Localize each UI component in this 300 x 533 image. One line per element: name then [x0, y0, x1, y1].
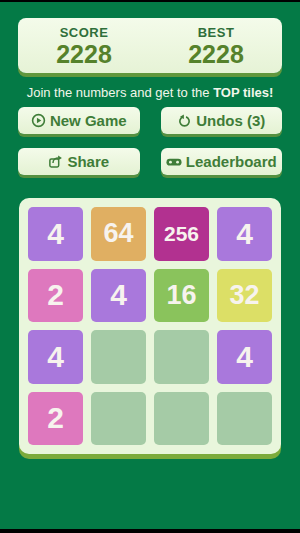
tile-256: 256	[154, 207, 209, 261]
tile-4: 4	[217, 207, 272, 261]
new-game-button[interactable]: New Game	[18, 107, 140, 134]
tagline-bold-text: TOP tiles!	[213, 85, 273, 100]
share-label: Share	[67, 153, 109, 170]
tile-4: 4	[28, 330, 83, 384]
undo-icon	[177, 113, 192, 128]
share-icon	[48, 154, 63, 169]
tagline: Join the numbers and get to the TOP tile…	[0, 85, 300, 100]
empty-cell	[154, 330, 209, 384]
play-circle-icon	[31, 113, 46, 128]
tile-4: 4	[28, 207, 83, 261]
empty-cell	[91, 330, 146, 384]
leaderboard-button[interactable]: Leaderboard	[161, 148, 283, 175]
undos-label: Undos (3)	[196, 112, 265, 129]
score-label: SCORE	[60, 26, 109, 40]
tagline-text: Join the numbers and get to the	[27, 85, 213, 100]
tile-32: 32	[217, 269, 272, 323]
tile-4: 4	[217, 330, 272, 384]
button-grid: New Game Undos (3) Share Leaderboard	[18, 107, 282, 175]
tile-4: 4	[91, 269, 146, 323]
score-panel: SCORE 2228 BEST 2228	[18, 18, 282, 73]
leaderboard-label: Leaderboard	[186, 153, 277, 170]
tile-64: 64	[91, 207, 146, 261]
score-value: 2228	[56, 41, 112, 67]
empty-cell	[154, 392, 209, 446]
gamepad-icon	[166, 156, 182, 168]
empty-cell	[91, 392, 146, 446]
game-board[interactable]: 4642564241632442	[19, 198, 281, 454]
tile-2: 2	[28, 392, 83, 446]
score-box: SCORE 2228	[18, 18, 150, 73]
best-box: BEST 2228	[150, 18, 282, 73]
new-game-label: New Game	[50, 112, 127, 129]
share-button[interactable]: Share	[18, 148, 140, 175]
undos-button[interactable]: Undos (3)	[161, 107, 283, 134]
bottom-black-bar	[0, 529, 300, 533]
top-black-bar	[0, 0, 300, 2]
tile-2: 2	[28, 269, 83, 323]
tile-16: 16	[154, 269, 209, 323]
empty-cell	[217, 392, 272, 446]
best-value: 2228	[188, 41, 244, 67]
best-label: BEST	[198, 26, 235, 40]
